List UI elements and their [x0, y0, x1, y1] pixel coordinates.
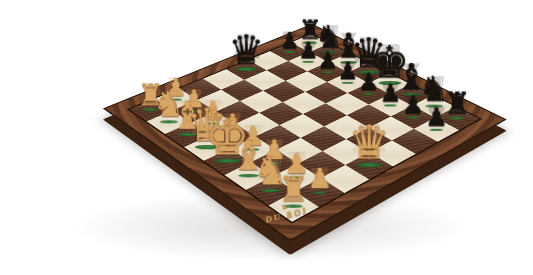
board-squares-grid	[129, 34, 479, 222]
board-frame: ♜♞♝♛♚♝♞♜♟♟♟♟♟♟♟♟♛♛♟♟♟♟♟♟♟♟♜♞♝♛♚♝♞♜	[106, 25, 504, 240]
chessboard: ♜♞♝♛♚♝♞♜♟♟♟♟♟♟♟♟♛♛♟♟♟♟♟♟♟♟♜♞♝♛♚♝♞♜	[106, 25, 504, 240]
perspective-scene: ♜♞♝♛♚♝♞♜♟♟♟♟♟♟♟♟♛♛♟♟♟♟♟♟♟♟♜♞♝♛♚♝♞♜	[0, 0, 533, 275]
chess-set-product-photo: ♜♞♝♛♚♝♞♜♟♟♟♟♟♟♟♟♛♛♟♟♟♟♟♟♟♟♜♞♝♛♚♝♞♜ ♞ DU …	[0, 0, 533, 275]
